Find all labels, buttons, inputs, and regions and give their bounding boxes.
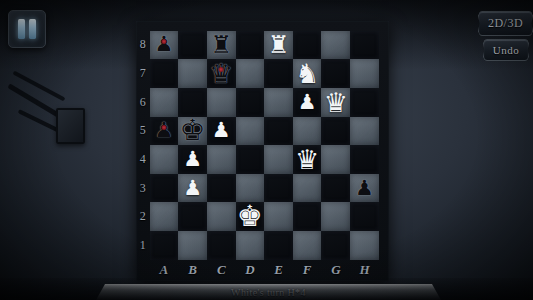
- rank-label: 1: [136, 231, 150, 260]
- file-label: G: [322, 260, 351, 279]
- pause-icon: [18, 19, 25, 39]
- file-label: H: [350, 260, 379, 279]
- rank-labels: 87654321: [136, 31, 150, 260]
- undo-button[interactable]: Undo: [483, 39, 529, 61]
- chess-board: 87654321 ♟♜♜♛♞♟♛♟♚♟♟♛♟♟♚ ABCDEFGH: [136, 21, 389, 281]
- board-pieces: ♟♜♜♛♞♟♛♟♚♟♟♛♟♟♚: [150, 31, 379, 260]
- piece-black-q-c7[interactable]: ♛: [207, 59, 236, 88]
- background-streak: [12, 71, 65, 102]
- file-label: C: [207, 260, 236, 279]
- rank-label: 4: [136, 145, 150, 174]
- rank-label: 3: [136, 174, 150, 203]
- rank-label: 5: [136, 117, 150, 146]
- piece-white-k-d2[interactable]: ♚: [236, 202, 265, 231]
- file-label: E: [264, 260, 293, 279]
- piece-black-p-h3[interactable]: ♟: [350, 174, 379, 203]
- file-label: D: [236, 260, 265, 279]
- view-toggle-2d3d-button[interactable]: 2D/3D: [478, 11, 533, 36]
- piece-white-q-g6[interactable]: ♛: [321, 88, 350, 117]
- file-label: A: [150, 260, 179, 279]
- piece-black-p-a8[interactable]: ♟: [150, 31, 179, 60]
- rank-label: 2: [136, 203, 150, 232]
- piece-white-p-c5[interactable]: ♟: [207, 117, 236, 146]
- pause-icon: [29, 19, 36, 39]
- piece-black-k-b5[interactable]: ♚: [178, 117, 207, 146]
- rank-label: 8: [136, 31, 150, 60]
- piece-white-q-f4[interactable]: ♛: [293, 145, 322, 174]
- rank-label: 6: [136, 88, 150, 117]
- pause-button[interactable]: [8, 10, 46, 48]
- file-label: F: [293, 260, 322, 279]
- background-smoke-bottom: [0, 278, 533, 300]
- background-wall-frame: [56, 108, 85, 144]
- game-scene: 2D/3D Undo 87654321 ♟♜♜♛♞♟♛♟♚♟♟♛♟♟♚ ABCD…: [0, 0, 533, 300]
- piece-white-p-f6[interactable]: ♟: [293, 88, 322, 117]
- piece-white-n-f7[interactable]: ♞: [293, 59, 322, 88]
- piece-white-r-e8[interactable]: ♜: [264, 31, 293, 60]
- file-labels: ABCDEFGH: [150, 260, 379, 279]
- piece-white-p-b3[interactable]: ♟: [178, 174, 207, 203]
- file-label: B: [178, 260, 207, 279]
- piece-black-r-c8[interactable]: ♜: [207, 31, 236, 60]
- rank-label: 7: [136, 59, 150, 88]
- piece-white-p-b4[interactable]: ♟: [178, 145, 207, 174]
- piece-black-p-a5[interactable]: ♟: [150, 117, 179, 146]
